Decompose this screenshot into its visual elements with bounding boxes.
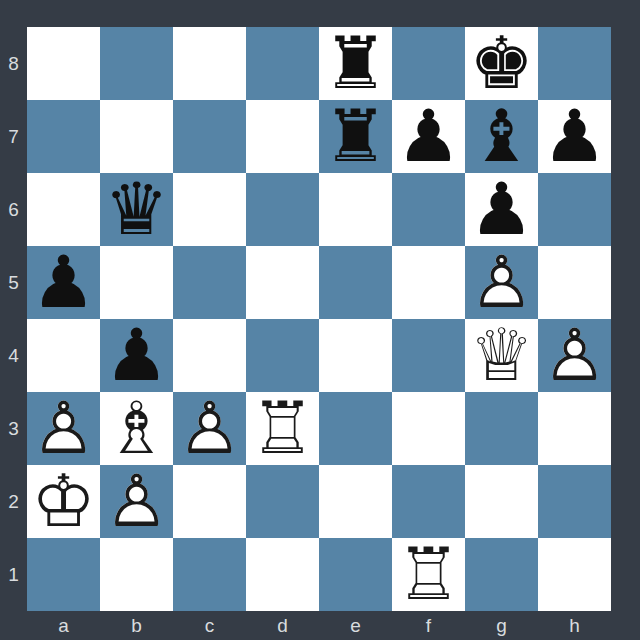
piece-white-rook[interactable]: ♜♖ xyxy=(246,392,319,465)
file-label-f: f xyxy=(392,611,465,640)
square-g5[interactable]: ♟♙ xyxy=(465,246,538,319)
square-h3[interactable] xyxy=(538,392,611,465)
black-queen-glyph-fill: ♛ xyxy=(100,173,173,246)
file-label-b: b xyxy=(100,611,173,640)
piece-black-rook[interactable]: ♜ xyxy=(319,100,392,173)
square-g3[interactable] xyxy=(465,392,538,465)
square-a5[interactable]: ♟ xyxy=(27,246,100,319)
rank-label-7: 7 xyxy=(0,100,27,173)
file-label-h: h xyxy=(538,611,611,640)
white-pawn-glyph-outline: ♙ xyxy=(100,465,173,538)
black-rook-glyph-fill: ♜ xyxy=(319,100,392,173)
square-c8[interactable] xyxy=(173,27,246,100)
rank-labels: 87654321 xyxy=(0,27,27,611)
square-g7[interactable]: ♝ xyxy=(465,100,538,173)
piece-black-queen[interactable]: ♛ xyxy=(100,173,173,246)
piece-black-pawn[interactable]: ♟ xyxy=(392,100,465,173)
white-pawn-glyph-outline: ♙ xyxy=(465,246,538,319)
black-pawn-glyph-fill: ♟ xyxy=(538,100,611,173)
piece-white-king[interactable]: ♚♔ xyxy=(27,465,100,538)
square-d4[interactable] xyxy=(246,319,319,392)
square-g8[interactable]: ♚ xyxy=(465,27,538,100)
black-pawn-glyph-fill: ♟ xyxy=(392,100,465,173)
square-h1[interactable] xyxy=(538,538,611,611)
square-b3[interactable]: ♝♗ xyxy=(100,392,173,465)
square-g2[interactable] xyxy=(465,465,538,538)
square-f7[interactable]: ♟ xyxy=(392,100,465,173)
square-f8[interactable] xyxy=(392,27,465,100)
square-h5[interactable] xyxy=(538,246,611,319)
square-h8[interactable] xyxy=(538,27,611,100)
piece-black-bishop[interactable]: ♝ xyxy=(465,100,538,173)
piece-white-pawn[interactable]: ♟♙ xyxy=(173,392,246,465)
piece-black-pawn[interactable]: ♟ xyxy=(465,173,538,246)
square-f4[interactable] xyxy=(392,319,465,392)
square-f5[interactable] xyxy=(392,246,465,319)
rank-label-2: 2 xyxy=(0,465,27,538)
white-king-glyph-outline: ♔ xyxy=(27,465,100,538)
square-d1[interactable] xyxy=(246,538,319,611)
black-king-glyph-fill: ♚ xyxy=(465,27,538,100)
square-b5[interactable] xyxy=(100,246,173,319)
square-b2[interactable]: ♟♙ xyxy=(100,465,173,538)
square-e6[interactable] xyxy=(319,173,392,246)
square-e2[interactable] xyxy=(319,465,392,538)
square-b6[interactable]: ♛ xyxy=(100,173,173,246)
piece-white-rook[interactable]: ♜♖ xyxy=(392,538,465,611)
white-pawn-glyph-outline: ♙ xyxy=(27,392,100,465)
file-label-d: d xyxy=(246,611,319,640)
square-f2[interactable] xyxy=(392,465,465,538)
rank-label-3: 3 xyxy=(0,392,27,465)
square-b1[interactable] xyxy=(100,538,173,611)
square-a2[interactable]: ♚♔ xyxy=(27,465,100,538)
rank-label-1: 1 xyxy=(0,538,27,611)
square-c4[interactable] xyxy=(173,319,246,392)
piece-white-pawn[interactable]: ♟♙ xyxy=(100,465,173,538)
piece-white-bishop[interactable]: ♝♗ xyxy=(100,392,173,465)
black-pawn-glyph-fill: ♟ xyxy=(100,319,173,392)
square-d5[interactable] xyxy=(246,246,319,319)
square-e5[interactable] xyxy=(319,246,392,319)
square-b4[interactable]: ♟ xyxy=(100,319,173,392)
file-label-e: e xyxy=(319,611,392,640)
chess-board: ♜♚♜♟♝♟♛♟♟♟♙♟♛♕♟♙♟♙♝♗♟♙♜♖♚♔♟♙♜♖ xyxy=(27,27,611,611)
file-label-c: c xyxy=(173,611,246,640)
piece-white-queen[interactable]: ♛♕ xyxy=(465,319,538,392)
square-a4[interactable] xyxy=(27,319,100,392)
rank-label-8: 8 xyxy=(0,27,27,100)
piece-black-pawn[interactable]: ♟ xyxy=(100,319,173,392)
square-h4[interactable]: ♟♙ xyxy=(538,319,611,392)
rank-label-6: 6 xyxy=(0,173,27,246)
white-rook-glyph-outline: ♖ xyxy=(246,392,319,465)
white-rook-glyph-outline: ♖ xyxy=(392,538,465,611)
piece-white-pawn[interactable]: ♟♙ xyxy=(27,392,100,465)
square-e8[interactable]: ♜ xyxy=(319,27,392,100)
square-g1[interactable] xyxy=(465,538,538,611)
square-e1[interactable] xyxy=(319,538,392,611)
square-b8[interactable] xyxy=(100,27,173,100)
square-a3[interactable]: ♟♙ xyxy=(27,392,100,465)
black-rook-glyph-fill: ♜ xyxy=(319,27,392,100)
file-label-a: a xyxy=(27,611,100,640)
piece-black-pawn[interactable]: ♟ xyxy=(538,100,611,173)
rank-label-4: 4 xyxy=(0,319,27,392)
square-h6[interactable] xyxy=(538,173,611,246)
square-c1[interactable] xyxy=(173,538,246,611)
square-a1[interactable] xyxy=(27,538,100,611)
square-e7[interactable]: ♜ xyxy=(319,100,392,173)
square-d7[interactable] xyxy=(246,100,319,173)
piece-black-pawn[interactable]: ♟ xyxy=(27,246,100,319)
square-b7[interactable] xyxy=(100,100,173,173)
square-d2[interactable] xyxy=(246,465,319,538)
square-a6[interactable] xyxy=(27,173,100,246)
square-e4[interactable] xyxy=(319,319,392,392)
square-d6[interactable] xyxy=(246,173,319,246)
square-c6[interactable] xyxy=(173,173,246,246)
piece-black-rook[interactable]: ♜ xyxy=(319,27,392,100)
piece-white-pawn[interactable]: ♟♙ xyxy=(538,319,611,392)
square-d8[interactable] xyxy=(246,27,319,100)
black-pawn-glyph-fill: ♟ xyxy=(27,246,100,319)
square-d3[interactable]: ♜♖ xyxy=(246,392,319,465)
square-a7[interactable] xyxy=(27,100,100,173)
white-pawn-glyph-outline: ♙ xyxy=(173,392,246,465)
white-pawn-glyph-outline: ♙ xyxy=(538,319,611,392)
square-h2[interactable] xyxy=(538,465,611,538)
file-labels: abcdefgh xyxy=(27,611,611,640)
square-f1[interactable]: ♜♖ xyxy=(392,538,465,611)
square-g4[interactable]: ♛♕ xyxy=(465,319,538,392)
white-queen-glyph-outline: ♕ xyxy=(465,319,538,392)
square-e3[interactable] xyxy=(319,392,392,465)
rank-label-5: 5 xyxy=(0,246,27,319)
chess-board-app: 87654321 ♜♚♜♟♝♟♛♟♟♟♙♟♛♕♟♙♟♙♝♗♟♙♜♖♚♔♟♙♜♖ … xyxy=(0,0,640,640)
square-a8[interactable] xyxy=(27,27,100,100)
square-c7[interactable] xyxy=(173,100,246,173)
piece-white-pawn[interactable]: ♟♙ xyxy=(465,246,538,319)
file-label-g: g xyxy=(465,611,538,640)
black-pawn-glyph-fill: ♟ xyxy=(465,173,538,246)
piece-black-king[interactable]: ♚ xyxy=(465,27,538,100)
square-h7[interactable]: ♟ xyxy=(538,100,611,173)
square-g6[interactable]: ♟ xyxy=(465,173,538,246)
white-bishop-glyph-outline: ♗ xyxy=(100,392,173,465)
square-f3[interactable] xyxy=(392,392,465,465)
black-bishop-glyph-fill: ♝ xyxy=(465,100,538,173)
square-c5[interactable] xyxy=(173,246,246,319)
square-f6[interactable] xyxy=(392,173,465,246)
square-c3[interactable]: ♟♙ xyxy=(173,392,246,465)
square-c2[interactable] xyxy=(173,465,246,538)
